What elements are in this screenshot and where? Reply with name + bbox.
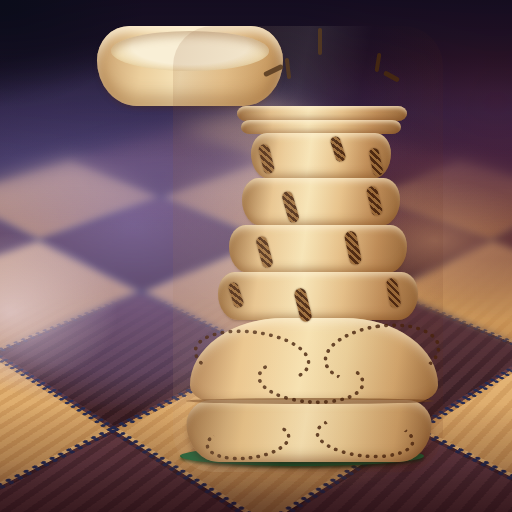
board-square bbox=[0, 197, 39, 292]
board-square bbox=[0, 160, 161, 240]
board-square bbox=[0, 197, 39, 292]
board-square bbox=[0, 353, 113, 512]
collar-ring-2 bbox=[241, 120, 401, 134]
board-square bbox=[0, 160, 161, 240]
rook-turret-hollow bbox=[111, 31, 269, 71]
board-square bbox=[0, 240, 141, 353]
board-square bbox=[0, 160, 161, 240]
board-square bbox=[0, 240, 141, 353]
board-square bbox=[491, 197, 512, 292]
board-square bbox=[491, 197, 512, 292]
board-square bbox=[0, 353, 113, 512]
board-square bbox=[491, 197, 512, 292]
board-square bbox=[0, 240, 141, 353]
crenellation-cut-right bbox=[383, 70, 400, 83]
crenellation-slit-left bbox=[285, 58, 292, 79]
white-rook-piece: ♖ bbox=[173, 26, 443, 472]
collar-ring-1 bbox=[237, 106, 407, 121]
crenellation-slit-right bbox=[375, 53, 382, 72]
crenellation-slit-center bbox=[318, 28, 322, 55]
photo-scene: ♖ bbox=[0, 0, 512, 512]
body-band-3 bbox=[229, 225, 407, 273]
board-square bbox=[0, 197, 39, 292]
board-square bbox=[0, 353, 113, 512]
